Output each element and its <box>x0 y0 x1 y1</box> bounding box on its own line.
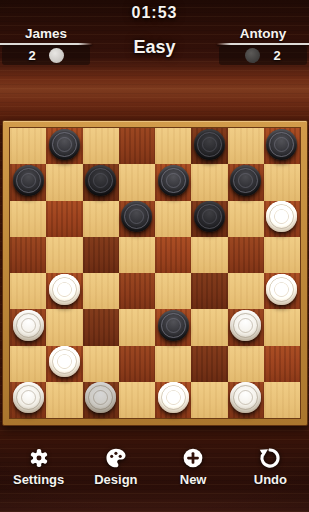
square-r1c3 <box>83 128 119 164</box>
black-piece[interactable] <box>49 129 80 160</box>
square-r4c3[interactable] <box>83 237 119 273</box>
square-r5c2[interactable] <box>46 273 82 309</box>
black-piece[interactable] <box>230 165 261 196</box>
undo-arrow-icon <box>259 447 281 469</box>
square-r7c2[interactable] <box>46 346 82 382</box>
square-r5c6[interactable] <box>191 273 227 309</box>
white-piece[interactable] <box>13 382 44 413</box>
square-r8c3[interactable] <box>83 382 119 418</box>
square-r1c6[interactable] <box>191 128 227 164</box>
gear-icon <box>28 447 50 469</box>
black-piece[interactable] <box>194 201 225 232</box>
square-r3c5 <box>155 201 191 237</box>
square-r7c3 <box>83 346 119 382</box>
black-piece[interactable] <box>158 310 189 341</box>
game-timer: 01:53 <box>0 4 309 22</box>
square-r2c4 <box>119 164 155 200</box>
square-r8c7[interactable] <box>228 382 264 418</box>
white-piece[interactable] <box>158 382 189 413</box>
white-piece[interactable] <box>49 346 80 377</box>
square-r5c5 <box>155 273 191 309</box>
square-r7c8[interactable] <box>264 346 300 382</box>
square-r7c5 <box>155 346 191 382</box>
square-r1c8[interactable] <box>264 128 300 164</box>
new-game-button[interactable]: New <box>158 447 228 487</box>
square-r8c2 <box>46 382 82 418</box>
white-piece[interactable] <box>85 382 116 413</box>
design-label: Design <box>94 472 137 487</box>
square-r5c7 <box>228 273 264 309</box>
square-r1c7 <box>228 128 264 164</box>
square-r8c8 <box>264 382 300 418</box>
square-r5c4[interactable] <box>119 273 155 309</box>
square-r2c8 <box>264 164 300 200</box>
black-piece[interactable] <box>158 165 189 196</box>
square-r4c8 <box>264 237 300 273</box>
square-r5c3 <box>83 273 119 309</box>
square-r4c4 <box>119 237 155 273</box>
square-r7c4[interactable] <box>119 346 155 382</box>
settings-label: Settings <box>13 472 64 487</box>
black-piece[interactable] <box>194 129 225 160</box>
square-r8c1[interactable] <box>10 382 46 418</box>
square-r3c2[interactable] <box>46 201 82 237</box>
white-piece[interactable] <box>230 310 261 341</box>
square-r2c7[interactable] <box>228 164 264 200</box>
square-r8c5[interactable] <box>155 382 191 418</box>
player-name-right: Antony <box>217 26 309 41</box>
player-panel-right: Antony 2 <box>217 26 309 65</box>
black-piece[interactable] <box>13 165 44 196</box>
white-piece[interactable] <box>13 310 44 341</box>
square-r4c6 <box>191 237 227 273</box>
score-right: 2 <box>273 48 280 63</box>
square-r2c3[interactable] <box>83 164 119 200</box>
new-label: New <box>180 472 207 487</box>
square-r5c8[interactable] <box>264 273 300 309</box>
square-r2c2 <box>46 164 82 200</box>
black-piece[interactable] <box>85 165 116 196</box>
square-r7c6[interactable] <box>191 346 227 382</box>
square-r6c6 <box>191 309 227 345</box>
square-r1c1 <box>10 128 46 164</box>
square-r3c4[interactable] <box>119 201 155 237</box>
square-r3c6[interactable] <box>191 201 227 237</box>
undo-button[interactable]: Undo <box>235 447 305 487</box>
square-r4c7[interactable] <box>228 237 264 273</box>
settings-button[interactable]: Settings <box>4 447 74 487</box>
square-r5c1 <box>10 273 46 309</box>
design-button[interactable]: Design <box>81 447 151 487</box>
square-r6c5[interactable] <box>155 309 191 345</box>
black-piece[interactable] <box>266 129 297 160</box>
black-piece[interactable] <box>121 201 152 232</box>
toolbar: Settings Design New Undo <box>0 447 309 487</box>
square-r6c3[interactable] <box>83 309 119 345</box>
square-r6c2 <box>46 309 82 345</box>
square-r1c5 <box>155 128 191 164</box>
plus-circle-icon <box>182 447 204 469</box>
square-r2c6 <box>191 164 227 200</box>
square-r1c4[interactable] <box>119 128 155 164</box>
square-r4c5[interactable] <box>155 237 191 273</box>
square-r3c7 <box>228 201 264 237</box>
player-underline-right <box>217 43 309 45</box>
app-screen: 01:53 James 2 Easy Antony 2 <box>0 0 309 512</box>
square-r8c4 <box>119 382 155 418</box>
white-piece[interactable] <box>266 274 297 305</box>
black-piece-indicator-icon <box>245 48 260 63</box>
white-piece[interactable] <box>266 201 297 232</box>
square-r7c7 <box>228 346 264 382</box>
square-r2c5[interactable] <box>155 164 191 200</box>
square-r3c3 <box>83 201 119 237</box>
square-r3c8[interactable] <box>264 201 300 237</box>
palette-icon <box>105 447 127 469</box>
square-r1c2[interactable] <box>46 128 82 164</box>
square-r7c1 <box>10 346 46 382</box>
square-r4c2 <box>46 237 82 273</box>
white-piece[interactable] <box>49 274 80 305</box>
square-r6c7[interactable] <box>228 309 264 345</box>
undo-label: Undo <box>254 472 287 487</box>
white-piece[interactable] <box>230 382 261 413</box>
square-r4c1[interactable] <box>10 237 46 273</box>
square-r6c1[interactable] <box>10 309 46 345</box>
square-r6c8 <box>264 309 300 345</box>
square-r6c4 <box>119 309 155 345</box>
board-frame <box>2 120 308 426</box>
score-row-right: 2 <box>219 46 307 65</box>
square-r3c1 <box>10 201 46 237</box>
square-r2c1[interactable] <box>10 164 46 200</box>
square-r8c6 <box>191 382 227 418</box>
board-grid <box>9 127 301 419</box>
